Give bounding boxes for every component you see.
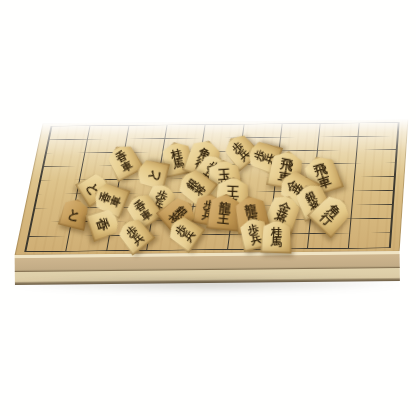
grid-cell xyxy=(270,220,312,235)
product-photo-stage: 香車と桂馬角行歩兵歩兵飛車飛車玉将銀将歩兵と香車歩兵香車と香歩兵銀将歩兵歩兵王将… xyxy=(0,0,416,416)
grid-cell xyxy=(86,139,127,153)
grid-cell xyxy=(314,177,355,191)
grid-cell xyxy=(41,166,83,180)
grid-cell xyxy=(350,219,391,234)
grid-cell xyxy=(161,152,202,166)
grid-cell xyxy=(156,179,197,193)
grid-cell xyxy=(318,137,358,151)
grid-cell xyxy=(163,138,204,152)
grid-cell xyxy=(150,221,192,236)
grid-cell xyxy=(355,163,395,177)
grid-cell xyxy=(358,123,398,137)
board-surface xyxy=(15,120,409,256)
grid-cell xyxy=(152,207,194,222)
grid-cell xyxy=(310,219,351,234)
grid-cell xyxy=(315,163,355,177)
grid-cell xyxy=(356,150,396,164)
grid-cell xyxy=(275,178,316,192)
grid-cell xyxy=(47,139,88,153)
box-fold-seam xyxy=(15,267,400,272)
grid-cell xyxy=(124,139,165,153)
grid-cell xyxy=(204,125,244,139)
grid-cell xyxy=(357,136,397,150)
grid-cell xyxy=(239,151,280,165)
grid-cell xyxy=(109,221,151,236)
grid-cell xyxy=(349,233,390,248)
grid-cell xyxy=(78,180,120,194)
grid-cell xyxy=(202,138,243,152)
grid-cell xyxy=(127,125,168,139)
grid-cell xyxy=(313,191,354,205)
grid-cell xyxy=(353,177,393,191)
grid-cell xyxy=(235,178,276,192)
grid-cell xyxy=(122,152,163,166)
grid-cell xyxy=(194,192,235,206)
grid-cell xyxy=(233,192,274,206)
grid-cell xyxy=(165,125,206,139)
grid-cell xyxy=(120,166,161,180)
grid-cell xyxy=(308,233,350,248)
grid-cell xyxy=(278,150,318,164)
grid-cell xyxy=(115,193,157,207)
grid-cell xyxy=(44,153,86,167)
grid-cell xyxy=(320,123,360,137)
grid-cell xyxy=(107,236,150,251)
grid-cell xyxy=(190,220,232,235)
ground-shadow xyxy=(6,276,406,292)
grid-cell xyxy=(159,165,200,179)
grid-cell xyxy=(276,164,317,178)
grid-cell xyxy=(351,205,392,220)
grid-cell xyxy=(279,137,319,151)
grid-cell xyxy=(237,164,278,178)
grid-cell xyxy=(35,194,77,208)
grid-cell xyxy=(67,236,110,251)
grid-cell xyxy=(112,207,154,222)
grid-cell xyxy=(187,235,229,250)
grid-cell xyxy=(268,234,310,249)
grid-cell xyxy=(273,191,314,205)
grid-cell xyxy=(88,126,129,140)
grid-cell xyxy=(154,193,196,207)
grid-cell xyxy=(311,205,352,220)
grid-cell xyxy=(242,124,282,138)
grid-cell xyxy=(83,152,124,166)
grid-cell xyxy=(228,234,270,249)
grid-cell xyxy=(72,207,114,222)
grid-cell xyxy=(271,205,312,220)
grid-cell xyxy=(29,222,72,237)
grid-cell xyxy=(281,124,321,138)
grid-cell xyxy=(38,180,80,194)
grid-cell xyxy=(192,206,234,221)
grid-cell xyxy=(80,166,122,180)
grid-cell xyxy=(232,206,273,221)
grid-cell xyxy=(352,191,393,205)
grid-cell xyxy=(117,179,159,193)
grid-cell xyxy=(147,235,189,250)
grid-cell xyxy=(50,126,91,140)
grid-cell xyxy=(230,220,272,235)
grid-cell xyxy=(200,151,241,165)
board-grid xyxy=(24,122,399,252)
grid-cell xyxy=(196,178,237,192)
shogi-board xyxy=(11,0,400,288)
grid-cell xyxy=(69,222,112,237)
grid-cell xyxy=(75,193,117,207)
grid-cell xyxy=(241,137,281,151)
grid-cell xyxy=(198,165,239,179)
grid-cell xyxy=(26,236,69,251)
grid-cell xyxy=(32,208,75,223)
grid-cell xyxy=(317,150,357,164)
